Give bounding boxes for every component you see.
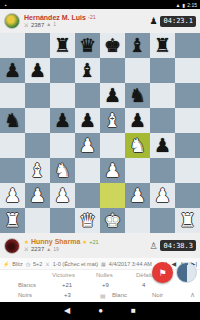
piece-white-rook[interactable]: ♜ <box>4 211 21 230</box>
square-d3[interactable] <box>75 158 100 183</box>
top-player-avatar[interactable] <box>4 13 20 29</box>
piece-white-bishop[interactable]: ♝ <box>29 161 46 180</box>
square-h4[interactable] <box>175 133 200 158</box>
flag-icon: ⚑ <box>158 268 166 278</box>
prev-move-button[interactable]: ◀ <box>172 260 177 267</box>
square-h1[interactable]: ♜ <box>175 208 200 233</box>
square-d6[interactable] <box>75 83 100 108</box>
crossed-swords-icon: ⚔ <box>24 246 29 252</box>
star-icon: ★ <box>82 239 87 245</box>
footer-white-label: Blanc <box>112 292 127 298</box>
piece-black-king[interactable]: ♚ <box>104 36 121 55</box>
piece-white-king[interactable]: ♚ <box>104 211 121 230</box>
chess-board[interactable]: ♜♛♚♝♜♟♟♝♟♞♞♟♟♝♟♟♞♟♝♞♟♟♟♟♟♟♜♛♚♜ <box>0 33 200 233</box>
status-bar: ▪ ▲ ▮ 2:15 <box>0 0 200 9</box>
game-speed: Blitz <box>12 261 22 267</box>
piece-black-pawn[interactable]: ♟ <box>129 111 146 130</box>
square-e2[interactable] <box>100 183 125 208</box>
stats-black-wins: +3 <box>64 292 71 298</box>
square-a6[interactable] <box>0 83 25 108</box>
square-a1[interactable]: ♜ <box>0 208 25 233</box>
stats-white-wins: +21 <box>62 282 72 288</box>
square-c7[interactable] <box>50 58 75 83</box>
bottom-rating-change: +21 <box>89 239 98 245</box>
black-piece-icon: ♟ <box>149 16 157 26</box>
piece-black-pawn[interactable]: ♟ <box>29 61 46 80</box>
battery-icon: ▮ <box>183 2 186 8</box>
square-b5[interactable] <box>25 108 50 133</box>
blitz-lightning-icon: ⚡ <box>3 261 9 267</box>
square-g2[interactable]: ♟ <box>150 183 175 208</box>
square-a5[interactable]: ♞ <box>0 108 25 133</box>
square-h3[interactable] <box>175 158 200 183</box>
stats-white-draws: +9 <box>102 282 109 288</box>
square-f3[interactable] <box>125 158 150 183</box>
square-e6[interactable]: ♟ <box>100 83 125 108</box>
piece-white-bishop[interactable]: ♝ <box>104 111 121 130</box>
result-swords-icon: ⚔ <box>45 261 49 267</box>
square-e4[interactable] <box>100 133 125 158</box>
top-delta-arrow-icon: ▲ <box>46 22 51 28</box>
piece-white-knight[interactable]: ♞ <box>129 136 146 155</box>
piece-black-bishop[interactable]: ♝ <box>129 36 146 55</box>
square-f6[interactable]: ♞ <box>125 83 150 108</box>
stats-row-black-label: Noirs <box>18 292 32 298</box>
square-f8[interactable]: ♝ <box>125 33 150 58</box>
stats-row-white-label: Blancs <box>18 282 36 288</box>
piece-white-pawn[interactable]: ♟ <box>29 186 46 205</box>
square-c5[interactable]: ♟ <box>50 108 75 133</box>
square-a2[interactable]: ♟ <box>0 183 25 208</box>
stats-white-losses: 4 <box>142 282 145 288</box>
game-date: 4/4/2017 3:44 AM <box>109 261 152 267</box>
square-a3[interactable] <box>0 158 25 183</box>
piece-white-pawn[interactable]: ♟ <box>104 161 121 180</box>
status-time: 2:15 <box>187 2 197 8</box>
square-g4[interactable]: ♟ <box>150 133 175 158</box>
square-f2[interactable]: ♟ <box>125 183 150 208</box>
android-nav-bar: ◀ ● ■ <box>0 302 200 320</box>
star-icon: ★ <box>24 239 29 245</box>
clock-icon: ◷ <box>26 261 30 267</box>
square-g7[interactable] <box>150 58 175 83</box>
piece-white-rook[interactable]: ♜ <box>179 211 196 230</box>
square-c2[interactable]: ♟ <box>50 183 75 208</box>
square-f5[interactable]: ♟ <box>125 108 150 133</box>
bottom-player-avatar[interactable] <box>4 238 20 254</box>
piece-white-pawn[interactable]: ♟ <box>129 186 146 205</box>
square-c1[interactable] <box>50 208 75 233</box>
bottom-rating-delta: 19 <box>53 247 59 253</box>
calendar-icon: ▦ <box>101 261 106 267</box>
square-a7[interactable]: ♟ <box>0 58 25 83</box>
expand-caret-icon[interactable]: ∧ <box>190 291 195 299</box>
crossed-swords-icon: ⚔ <box>24 22 29 28</box>
square-c4[interactable] <box>50 133 75 158</box>
square-h7[interactable] <box>175 58 200 83</box>
square-b8[interactable] <box>25 33 50 58</box>
piece-black-pawn[interactable]: ♟ <box>4 61 21 80</box>
square-e5[interactable]: ♝ <box>100 108 125 133</box>
square-g1[interactable] <box>150 208 175 233</box>
square-f4[interactable]: ♞ <box>125 133 150 158</box>
piece-white-pawn[interactable]: ♟ <box>4 186 21 205</box>
document-icon: ▤ <box>100 292 106 299</box>
square-d1[interactable]: ♛ <box>75 208 100 233</box>
stats-header-victories: Victoires <box>52 272 75 278</box>
piece-black-knight[interactable]: ♞ <box>4 111 21 130</box>
square-g3[interactable] <box>150 158 175 183</box>
top-rating-delta: 1 <box>53 22 56 28</box>
square-h2[interactable] <box>175 183 200 208</box>
piece-black-pawn[interactable]: ♟ <box>79 111 96 130</box>
square-b1[interactable] <box>25 208 50 233</box>
square-e1[interactable]: ♚ <box>100 208 125 233</box>
piece-black-pawn[interactable]: ♟ <box>154 136 171 155</box>
square-e7[interactable] <box>100 58 125 83</box>
bottom-delta-arrow-icon: ▲ <box>46 247 51 253</box>
square-b4[interactable] <box>25 133 50 158</box>
top-player-rating: 2387 <box>31 22 44 29</box>
square-f7[interactable] <box>125 58 150 83</box>
bottom-player-rating: 2237 <box>31 246 44 253</box>
bottom-player-clock: 04:38.3 <box>160 240 196 251</box>
square-c8[interactable]: ♜ <box>50 33 75 58</box>
android-back-button[interactable]: ◀ <box>64 307 70 315</box>
flag-fab-button[interactable]: ⚑ <box>152 262 173 283</box>
signal-icon: ▲ <box>176 2 181 8</box>
piece-white-pawn[interactable]: ♟ <box>154 186 171 205</box>
piece-black-rook[interactable]: ♜ <box>54 36 71 55</box>
square-g6[interactable] <box>150 83 175 108</box>
square-d4[interactable]: ♟ <box>75 133 100 158</box>
square-g8[interactable]: ♜ <box>150 33 175 58</box>
square-e3[interactable]: ♟ <box>100 158 125 183</box>
square-h8[interactable] <box>175 33 200 58</box>
square-g5[interactable] <box>150 108 175 133</box>
notification-icon: ▪ <box>5 2 7 8</box>
score-pie-chart[interactable] <box>176 262 197 283</box>
square-d8[interactable]: ♛ <box>75 33 100 58</box>
piece-white-pawn[interactable]: ♟ <box>79 136 96 155</box>
square-d2[interactable] <box>75 183 100 208</box>
top-player-clock: 04:23.1 <box>160 16 196 27</box>
white-piece-icon: ♙ <box>149 241 157 251</box>
square-c6[interactable] <box>50 83 75 108</box>
square-h5[interactable] <box>175 108 200 133</box>
square-h6[interactable] <box>175 83 200 108</box>
time-control: 5+2 <box>33 261 42 267</box>
android-home-button[interactable]: ● <box>98 307 103 315</box>
piece-white-knight[interactable]: ♞ <box>54 161 71 180</box>
bottom-player-name[interactable]: Hunny Sharma <box>31 238 80 246</box>
piece-black-bishop[interactable]: ♝ <box>79 61 96 80</box>
square-b3[interactable]: ♝ <box>25 158 50 183</box>
piece-black-rook[interactable]: ♜ <box>154 36 171 55</box>
square-f1[interactable] <box>125 208 150 233</box>
square-b6[interactable] <box>25 83 50 108</box>
piece-white-pawn[interactable]: ♟ <box>54 186 71 205</box>
square-e8[interactable]: ♚ <box>100 33 125 58</box>
piece-black-pawn[interactable]: ♟ <box>104 86 121 105</box>
square-b2[interactable]: ♟ <box>25 183 50 208</box>
piece-black-knight[interactable]: ♞ <box>129 86 146 105</box>
square-b7[interactable]: ♟ <box>25 58 50 83</box>
top-rating-change: -21 <box>88 14 96 20</box>
square-d7[interactable]: ♝ <box>75 58 100 83</box>
app-screen: ▪ ▲ ▮ 2:15 Hernández M. Luis -21 ⚔ 2387 … <box>0 0 200 320</box>
game-result: 1-0 (Échec et mat) <box>53 261 98 267</box>
square-a4[interactable] <box>0 133 25 158</box>
square-a8[interactable] <box>0 33 25 58</box>
square-d5[interactable]: ♟ <box>75 108 100 133</box>
piece-black-pawn[interactable]: ♟ <box>54 111 71 130</box>
top-player-bar: Hernández M. Luis -21 ⚔ 2387 ▲ 1 ♟ 04:23… <box>0 9 200 33</box>
footer-black-label: Noir <box>152 292 163 298</box>
stats-header-draws: Nulles <box>96 272 113 278</box>
piece-white-queen[interactable]: ♛ <box>79 211 96 230</box>
bottom-player-bar: ★ Hunny Sharma ★ +21 ⚔ 2237 ▲ 19 ♙ 04:38… <box>0 233 200 258</box>
square-c3[interactable]: ♞ <box>50 158 75 183</box>
android-recents-button[interactable]: ■ <box>131 307 136 315</box>
piece-black-queen[interactable]: ♛ <box>79 36 96 55</box>
